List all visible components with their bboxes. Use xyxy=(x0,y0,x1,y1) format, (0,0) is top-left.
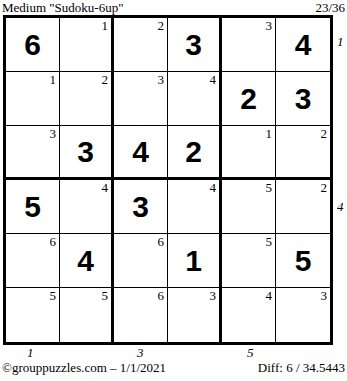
cell-r4c2[interactable]: 4 xyxy=(60,180,114,234)
placed-digit: 5 xyxy=(24,192,41,222)
cell-r3c4[interactable]: 2 xyxy=(168,126,222,180)
progress-counter: 23/36 xyxy=(315,0,345,16)
placed-digit: 4 xyxy=(132,137,149,167)
cell-r5c5[interactable]: 5 xyxy=(222,234,276,288)
cell-r4c5[interactable]: 5 xyxy=(222,180,276,234)
cell-r6c1[interactable]: 5 xyxy=(6,288,60,342)
corner-order-number: 2 xyxy=(321,180,328,195)
row-label-1: 1 xyxy=(337,34,344,50)
corner-order-number: 6 xyxy=(50,234,57,249)
corner-order-number: 3 xyxy=(266,18,273,33)
sudoku-grid: 612334123423334212543452646155556343 xyxy=(3,15,333,345)
cell-r3c2[interactable]: 3 xyxy=(60,126,114,180)
cell-r1c1[interactable]: 6 xyxy=(6,18,60,72)
cell-r4c6[interactable]: 2 xyxy=(276,180,330,234)
cell-r4c4[interactable]: 4 xyxy=(168,180,222,234)
cell-r3c3[interactable]: 4 xyxy=(114,126,168,180)
cell-r2c6[interactable]: 3 xyxy=(276,72,330,126)
corner-order-number: 1 xyxy=(50,72,57,87)
cell-r3c1[interactable]: 3 xyxy=(6,126,60,180)
corner-order-number: 4 xyxy=(102,180,109,195)
cell-r6c6[interactable]: 3 xyxy=(276,288,330,342)
placed-digit: 2 xyxy=(240,84,257,114)
copyright-text: ©grouppuzzles.com – 1/1/2021 xyxy=(2,360,166,376)
cell-r6c5[interactable]: 4 xyxy=(222,288,276,342)
cell-r2c4[interactable]: 4 xyxy=(168,72,222,126)
cell-r5c3[interactable]: 6 xyxy=(114,234,168,288)
placed-digit: 4 xyxy=(295,30,312,60)
placed-digit: 3 xyxy=(295,84,312,114)
placed-digit: 2 xyxy=(185,137,202,167)
cell-r5c6[interactable]: 5 xyxy=(276,234,330,288)
cell-r1c4[interactable]: 3 xyxy=(168,18,222,72)
corner-order-number: 4 xyxy=(210,72,217,87)
placed-digit: 4 xyxy=(77,246,94,276)
corner-order-number: 4 xyxy=(210,180,217,195)
cell-r1c2[interactable]: 1 xyxy=(60,18,114,72)
row-label-4: 4 xyxy=(337,199,344,215)
page-title: Medium "Sudoku-6up" xyxy=(2,0,123,16)
cell-r2c3[interactable]: 3 xyxy=(114,72,168,126)
difficulty-text: Diff: 6 / 34.5443 xyxy=(258,360,345,376)
corner-order-number: 5 xyxy=(266,234,273,249)
placed-digit: 3 xyxy=(77,137,94,167)
corner-order-number: 5 xyxy=(102,288,109,303)
cell-r4c3[interactable]: 3 xyxy=(114,180,168,234)
cell-r3c5[interactable]: 1 xyxy=(222,126,276,180)
cell-r6c3[interactable]: 6 xyxy=(114,288,168,342)
placed-digit: 3 xyxy=(185,30,202,60)
col-label-1: 1 xyxy=(27,345,34,361)
cell-r3c6[interactable]: 2 xyxy=(276,126,330,180)
corner-order-number: 3 xyxy=(321,288,328,303)
corner-order-number: 4 xyxy=(266,288,273,303)
corner-order-number: 5 xyxy=(266,180,273,195)
placed-digit: 3 xyxy=(132,192,149,222)
cell-r5c4[interactable]: 1 xyxy=(168,234,222,288)
cell-r6c4[interactable]: 3 xyxy=(168,288,222,342)
corner-order-number: 6 xyxy=(158,234,165,249)
corner-order-number: 3 xyxy=(158,72,165,87)
cell-r1c3[interactable]: 2 xyxy=(114,18,168,72)
corner-order-number: 5 xyxy=(50,288,57,303)
corner-order-number: 3 xyxy=(50,126,57,141)
corner-order-number: 3 xyxy=(210,288,217,303)
corner-order-number: 1 xyxy=(102,18,109,33)
placed-digit: 5 xyxy=(295,246,312,276)
corner-order-number: 2 xyxy=(321,126,328,141)
corner-order-number: 1 xyxy=(266,126,273,141)
cell-r2c5[interactable]: 2 xyxy=(222,72,276,126)
cell-r5c2[interactable]: 4 xyxy=(60,234,114,288)
cell-r5c1[interactable]: 6 xyxy=(6,234,60,288)
placed-digit: 1 xyxy=(185,246,202,276)
corner-order-number: 2 xyxy=(158,18,165,33)
cell-r4c1[interactable]: 5 xyxy=(6,180,60,234)
cell-r6c2[interactable]: 5 xyxy=(60,288,114,342)
corner-order-number: 2 xyxy=(102,72,109,87)
cell-r1c5[interactable]: 3 xyxy=(222,18,276,72)
cell-r2c2[interactable]: 2 xyxy=(60,72,114,126)
cell-r2c1[interactable]: 1 xyxy=(6,72,60,126)
placed-digit: 6 xyxy=(24,30,41,60)
cell-r1c6[interactable]: 4 xyxy=(276,18,330,72)
col-label-5: 5 xyxy=(247,345,254,361)
corner-order-number: 6 xyxy=(158,288,165,303)
col-label-3: 3 xyxy=(137,345,144,361)
